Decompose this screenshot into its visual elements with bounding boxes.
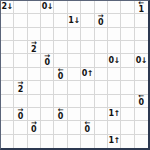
clue-cell-r5c4: ←0 [54,68,67,81]
arrow-up-icon: ↑ [114,110,120,118]
clue-cell-r8c8: 1↑ [108,108,121,121]
cell-r10c9[interactable] [121,135,134,148]
clue-cell-r5c6: 0↑ [81,68,94,81]
cell-r2c5[interactable] [68,28,81,41]
cell-r3c9[interactable] [121,41,134,54]
cell-r3c7[interactable] [95,41,108,54]
cell-r9c10[interactable] [135,121,148,134]
clue-cell-r6c1: →2 [14,81,27,94]
cell-r2c9[interactable] [121,28,134,41]
cell-r7c8[interactable] [108,95,121,108]
cell-r6c9[interactable] [121,81,134,94]
clue-cell-r4c10: 0↓ [135,54,148,67]
cell-r6c0[interactable] [1,81,14,94]
arrow-down-icon: ↓ [47,3,53,11]
clue: →0 [44,54,50,67]
clue: 0↓ [42,3,53,11]
clue-cell-r9c2: →0 [28,121,41,134]
cell-r9c8[interactable] [108,121,121,134]
cell-r1c1[interactable] [14,14,27,27]
clue: →0 [18,108,24,121]
cell-r7c4[interactable] [54,95,67,108]
clue: →0 [98,14,104,27]
cell-r2c8[interactable] [108,28,121,41]
cell-r2c2[interactable] [28,28,41,41]
cell-r8c2[interactable] [28,108,41,121]
cell-r10c5[interactable] [68,135,81,148]
cell-r10c2[interactable] [28,135,41,148]
cell-r4c9[interactable] [121,54,134,67]
clue: 2↓ [2,3,13,11]
cell-r2c10[interactable] [135,28,148,41]
clue: 1↓ [68,17,79,25]
cell-r6c6[interactable] [81,81,94,94]
cell-r1c4[interactable] [54,14,67,27]
cell-r7c6[interactable] [81,95,94,108]
cell-r3c10[interactable] [135,41,148,54]
cell-r5c9[interactable] [121,68,134,81]
cell-r7c5[interactable] [68,95,81,108]
clue-number: 0 [98,19,104,27]
cell-r4c4[interactable] [54,54,67,67]
clue-number: 0 [58,113,64,121]
cell-r6c10[interactable] [135,81,148,94]
clue-cell-r0c10: ←1 [135,1,148,14]
cell-r6c3[interactable] [41,81,54,94]
clue-cell-r4c8: 0↓ [108,54,121,67]
clue-number: 2 [31,46,37,54]
arrow-down-icon: ↓ [7,3,13,11]
cell-r5c1[interactable] [14,68,27,81]
cell-r7c3[interactable] [41,95,54,108]
cell-r4c5[interactable] [68,54,81,67]
clue-cell-r8c4: ←0 [54,108,67,121]
arrow-up-icon: ↑ [114,137,120,145]
cell-r9c9[interactable] [121,121,134,134]
cell-r5c3[interactable] [41,68,54,81]
clue-number: 0 [18,113,24,121]
arrow-down-icon: ↓ [114,57,120,65]
puzzle-board: 2↓0↓←11↓→0→2→00↓0↓←00↑→2←0→0←01↑→0←01↑ [0,0,150,150]
clue-number: 0 [44,59,50,67]
clue: 0↑ [82,70,93,78]
cell-r9c3[interactable] [41,121,54,134]
clue: ←0 [84,121,90,134]
cell-r3c3[interactable] [41,41,54,54]
cell-r5c10[interactable] [135,68,148,81]
cell-r10c3[interactable] [41,135,54,148]
cell-r1c8[interactable] [108,14,121,27]
cell-r6c8[interactable] [108,81,121,94]
cell-r5c0[interactable] [1,68,14,81]
clue: →2 [31,41,37,54]
cell-r3c8[interactable] [108,41,121,54]
clue-cell-r0c0: 2↓ [1,1,14,14]
clue: ←1 [138,1,144,14]
cell-r10c1[interactable] [14,135,27,148]
clue: 1↑ [108,110,119,118]
cell-r7c9[interactable] [121,95,134,108]
cell-r8c0[interactable] [1,108,14,121]
clue-cell-r1c7: →0 [95,14,108,27]
cell-r1c6[interactable] [81,14,94,27]
cell-r0c6[interactable] [81,1,94,14]
cell-r2c1[interactable] [14,28,27,41]
cell-r0c2[interactable] [28,1,41,14]
cell-r1c3[interactable] [41,14,54,27]
cell-r1c0[interactable] [1,14,14,27]
cell-r7c1[interactable] [14,95,27,108]
clue-cell-r0c3: 0↓ [41,1,54,14]
clue-cell-r7c10: ←0 [135,95,148,108]
cell-r2c7[interactable] [95,28,108,41]
clue: ←0 [58,68,64,81]
cell-r3c5[interactable] [68,41,81,54]
cell-r2c4[interactable] [54,28,67,41]
arrow-down-icon: ↓ [141,57,147,65]
cell-r9c5[interactable] [68,121,81,134]
cell-r7c0[interactable] [1,95,14,108]
cell-r9c1[interactable] [14,121,27,134]
cell-r8c3[interactable] [41,108,54,121]
clue-cell-r4c3: →0 [41,54,54,67]
cell-r1c9[interactable] [121,14,134,27]
cell-r8c9[interactable] [121,108,134,121]
cell-r8c5[interactable] [68,108,81,121]
cell-r10c6[interactable] [81,135,94,148]
clue: ←0 [138,95,144,108]
cell-r5c2[interactable] [28,68,41,81]
cell-r8c7[interactable] [95,108,108,121]
clue: 0↓ [108,57,119,65]
clue-number: 2 [18,86,24,94]
arrow-down-icon: ↓ [73,17,79,25]
clue-cell-r9c6: ←0 [81,121,94,134]
clue: 0↓ [136,57,147,65]
cell-r3c6[interactable] [81,41,94,54]
clue-cell-r8c1: →0 [14,108,27,121]
cell-r3c1[interactable] [14,41,27,54]
cell-r5c8[interactable] [108,68,121,81]
clue-number: 0 [31,126,37,134]
clue-number: 1 [139,6,145,14]
clue-number: 0 [85,126,91,134]
cell-r0c5[interactable] [68,1,81,14]
cell-r6c4[interactable] [54,81,67,94]
clue-cell-r3c2: →2 [28,41,41,54]
cell-r0c1[interactable] [14,1,27,14]
cell-r9c7[interactable] [95,121,108,134]
cell-r0c7[interactable] [95,1,108,14]
cell-r10c7[interactable] [95,135,108,148]
cell-r9c0[interactable] [1,121,14,134]
cell-r10c0[interactable] [1,135,14,148]
cell-r10c4[interactable] [54,135,67,148]
cell-r6c7[interactable] [95,81,108,94]
arrow-up-icon: ↑ [87,70,93,78]
cell-r7c2[interactable] [28,95,41,108]
cell-r4c6[interactable] [81,54,94,67]
cell-r8c6[interactable] [81,108,94,121]
cell-r8c10[interactable] [135,108,148,121]
clue: 1↑ [108,137,119,145]
cell-r4c7[interactable] [95,54,108,67]
cell-r0c4[interactable] [54,1,67,14]
cell-r2c6[interactable] [81,28,94,41]
clue: →0 [31,121,37,134]
cell-r3c4[interactable] [54,41,67,54]
cell-r2c0[interactable] [1,28,14,41]
cell-r2c3[interactable] [41,28,54,41]
cell-r6c5[interactable] [68,81,81,94]
cell-r0c9[interactable] [121,1,134,14]
clue: →2 [18,81,24,94]
cell-r5c7[interactable] [95,68,108,81]
cell-r6c2[interactable] [28,81,41,94]
clue-number: 0 [139,99,145,107]
cell-r1c10[interactable] [135,14,148,27]
cell-r5c5[interactable] [68,68,81,81]
cell-r3c0[interactable] [1,41,14,54]
cell-r1c2[interactable] [28,14,41,27]
cell-r4c2[interactable] [28,54,41,67]
clue-cell-r10c8: 1↑ [108,135,121,148]
clue: ←0 [58,108,64,121]
clue-number: 0 [58,73,64,81]
cell-r0c8[interactable] [108,1,121,14]
cell-r10c10[interactable] [135,135,148,148]
clue-cell-r1c5: 1↓ [68,14,81,27]
cell-r9c4[interactable] [54,121,67,134]
cell-r4c1[interactable] [14,54,27,67]
cell-r7c7[interactable] [95,95,108,108]
cell-r4c0[interactable] [1,54,14,67]
